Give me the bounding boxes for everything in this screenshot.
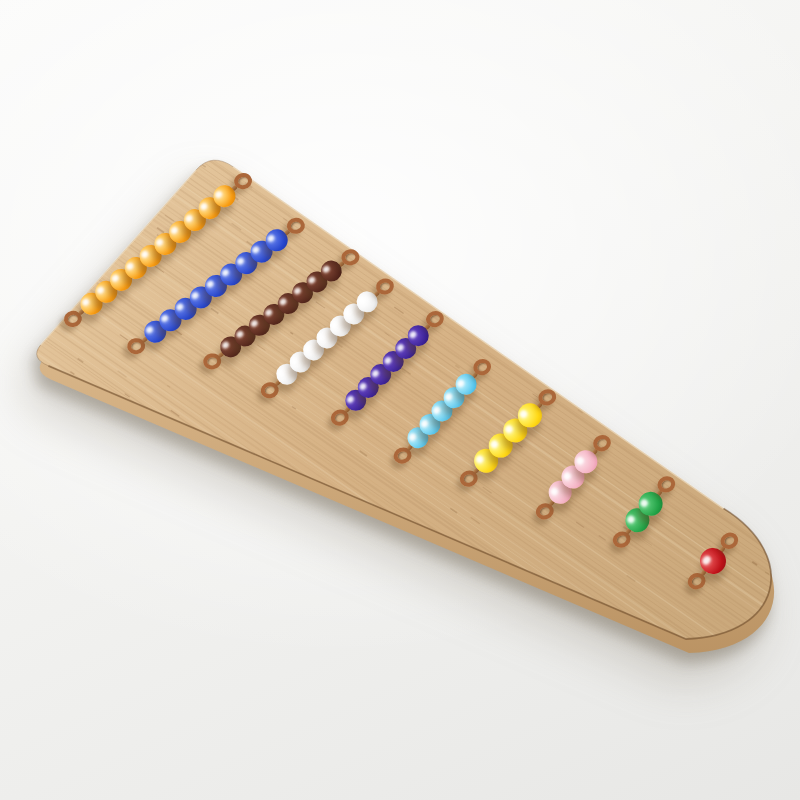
bead-highlight — [170, 226, 179, 235]
bead-highlight — [408, 330, 417, 339]
bead-highlight — [176, 302, 185, 311]
bead-highlight — [317, 332, 326, 341]
bead-highlight — [293, 286, 302, 295]
photo-stage — [0, 0, 800, 800]
bead-highlight — [290, 356, 299, 365]
bead-highlight — [549, 487, 559, 497]
bead-highlight — [444, 392, 453, 401]
bead-highlight — [279, 297, 288, 306]
bead-highlight — [701, 555, 712, 566]
bead-highlight — [456, 379, 465, 388]
bead-highlight — [221, 268, 230, 277]
bead-highlight — [489, 439, 499, 449]
bead-bar-10 — [59, 167, 257, 333]
bead-highlight — [81, 297, 90, 306]
bead-highlight — [420, 419, 429, 428]
bead-bar-4 — [454, 383, 562, 494]
bead-highlight — [251, 245, 260, 254]
bead-highlight — [307, 276, 316, 285]
bead-highlight — [383, 356, 392, 365]
bead-highlight — [145, 325, 154, 334]
bead-highlight — [322, 265, 331, 274]
bead-bar-8 — [198, 243, 363, 375]
bead-highlight — [432, 406, 441, 415]
bead-highlight — [221, 341, 230, 350]
bead-highlight — [331, 320, 340, 329]
bead-highlight — [155, 238, 164, 247]
bead-highlight — [236, 257, 245, 266]
bead-highlight — [185, 214, 194, 223]
bead-highlight — [111, 273, 120, 282]
bead-highlight — [250, 319, 259, 328]
bead-highlight — [519, 409, 529, 419]
bead-highlight — [357, 296, 366, 305]
bead-bar-9 — [122, 212, 309, 361]
bead-highlight — [200, 202, 209, 211]
bead-highlight — [126, 262, 135, 271]
bead-highlight — [504, 424, 514, 434]
bead-highlight — [264, 308, 273, 317]
bead-highlight — [277, 368, 286, 377]
bead-highlight — [346, 395, 355, 404]
bead-highlight — [396, 343, 405, 352]
bead-highlight — [96, 285, 105, 294]
bead-highlight — [214, 190, 223, 199]
bead-bar-1 — [681, 526, 745, 597]
bead-highlight — [562, 471, 572, 481]
bead-highlight — [626, 514, 636, 524]
bead-highlight — [140, 250, 149, 259]
bead-highlight — [475, 454, 485, 464]
bead-highlight — [575, 456, 585, 466]
bead-highlight — [639, 498, 649, 508]
bead-highlight — [344, 308, 353, 317]
bead-highlight — [160, 314, 169, 323]
bead-bar-2 — [607, 470, 682, 554]
bead-bars-layer — [0, 0, 800, 800]
bead-highlight — [191, 291, 200, 300]
bead-highlight — [235, 330, 244, 339]
bead-bar-3 — [530, 429, 616, 526]
bead-highlight — [408, 432, 417, 441]
bead-highlight — [304, 344, 313, 353]
bead-highlight — [267, 234, 276, 243]
bead-highlight — [358, 382, 367, 391]
bead-highlight — [371, 369, 380, 378]
bead-highlight — [206, 279, 215, 288]
